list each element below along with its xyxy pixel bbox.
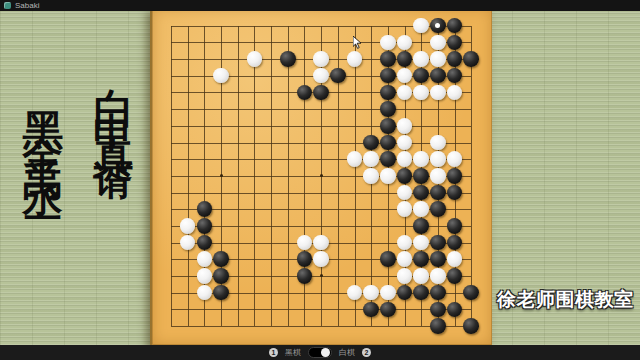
black-stone [313, 85, 329, 101]
black-stone [380, 151, 396, 167]
watermark-text: 徐老师围棋教室 [497, 287, 634, 313]
white-stone [347, 151, 363, 167]
white-stone [397, 118, 413, 134]
white-stone [397, 185, 413, 201]
white-stone [397, 151, 413, 167]
black-player-caption: 黑 金禹丞 [21, 79, 65, 175]
black-player-name: 金禹丞 [23, 103, 63, 175]
black-stone [430, 185, 446, 201]
white-stone [397, 251, 413, 267]
white-stone [447, 251, 463, 267]
white-stone [347, 285, 363, 301]
black-stone [397, 51, 413, 67]
white-stone [213, 68, 229, 84]
white-captures-badge: 2 [362, 348, 371, 357]
black-stone [463, 285, 479, 301]
white-stone [413, 235, 429, 251]
white-stone [347, 51, 363, 67]
mouse-cursor [353, 36, 362, 49]
black-stone [213, 268, 229, 284]
black-stone [213, 251, 229, 267]
white-stone [197, 251, 213, 267]
black-stone [413, 168, 429, 184]
white-stone [397, 268, 413, 284]
white-stone [363, 151, 379, 167]
black-stone [413, 68, 429, 84]
white-stone [397, 35, 413, 51]
white-stone [380, 35, 396, 51]
star-point [320, 174, 323, 177]
go-board[interactable] [150, 8, 492, 347]
black-stone [363, 302, 379, 318]
black-turn-label: 黑棋 [285, 345, 301, 360]
white-stone [313, 68, 329, 84]
white-turn-label: 白棋 [339, 345, 355, 360]
white-stone [397, 85, 413, 101]
black-stone [447, 218, 463, 234]
turn-toggle-knob [321, 348, 330, 357]
black-stone [197, 201, 213, 217]
grid-line-horizontal [171, 326, 471, 327]
black-stone [413, 285, 429, 301]
star-point [320, 274, 323, 277]
black-stone [447, 51, 463, 67]
black-stone [447, 68, 463, 84]
white-stone [447, 151, 463, 167]
white-stone [430, 151, 446, 167]
black-stone [430, 68, 446, 84]
white-stone [430, 51, 446, 67]
black-captures-badge: 1 [269, 348, 278, 357]
black-stone [380, 302, 396, 318]
white-player-caption: 白 申真谞 [92, 56, 136, 152]
white-stone [447, 85, 463, 101]
black-stone [280, 51, 296, 67]
black-stone [430, 18, 446, 34]
white-stone [363, 168, 379, 184]
black-stone [447, 168, 463, 184]
player-toolbar: 1 黑棋 白棋 2 [0, 345, 640, 360]
white-stone [363, 285, 379, 301]
black-stone [447, 185, 463, 201]
black-stone [330, 68, 346, 84]
black-stone [430, 302, 446, 318]
white-stone [397, 201, 413, 217]
white-stone [380, 285, 396, 301]
black-stone [380, 251, 396, 267]
black-stone [447, 18, 463, 34]
black-stone [380, 68, 396, 84]
black-stone [413, 251, 429, 267]
white-stone [313, 235, 329, 251]
white-stone [413, 201, 429, 217]
black-stone [297, 268, 313, 284]
white-stone [313, 51, 329, 67]
white-stone [413, 18, 429, 34]
grid-line-horizontal [171, 309, 471, 310]
star-point [220, 174, 223, 177]
black-stone [363, 135, 379, 151]
black-stone [297, 251, 313, 267]
black-stone [413, 185, 429, 201]
black-stone [413, 218, 429, 234]
white-stone [180, 218, 196, 234]
black-stone [380, 51, 396, 67]
white-stone [297, 235, 313, 251]
last-move-marker [435, 23, 440, 28]
black-stone [447, 35, 463, 51]
white-stone [247, 51, 263, 67]
white-stone [397, 135, 413, 151]
white-stone [413, 85, 429, 101]
app-icon [4, 2, 11, 9]
white-stone [430, 135, 446, 151]
white-stone [413, 151, 429, 167]
white-stone [413, 268, 429, 284]
black-stone [380, 135, 396, 151]
black-stone [430, 201, 446, 217]
white-stone [430, 268, 446, 284]
black-stone [197, 235, 213, 251]
black-stone [380, 85, 396, 101]
black-stone [213, 285, 229, 301]
white-stone [397, 68, 413, 84]
black-stone [380, 118, 396, 134]
black-stone [463, 51, 479, 67]
grid-line-vertical [355, 26, 356, 326]
white-player-name: 申真谞 [94, 80, 134, 152]
white-stone [430, 35, 446, 51]
white-stone [313, 251, 329, 267]
black-stone [430, 285, 446, 301]
black-stone [430, 318, 446, 334]
white-stone [413, 51, 429, 67]
grid-line-vertical [471, 26, 472, 326]
white-stone [430, 168, 446, 184]
white-stone [180, 235, 196, 251]
black-stone [430, 251, 446, 267]
black-stone [463, 318, 479, 334]
turn-toggle[interactable] [308, 347, 332, 358]
black-stone [447, 302, 463, 318]
white-stone [197, 285, 213, 301]
window-title: Sabaki [15, 0, 39, 11]
black-stone [297, 85, 313, 101]
black-stone [197, 218, 213, 234]
black-stone [447, 235, 463, 251]
black-stone [397, 168, 413, 184]
title-bar: Sabaki [0, 0, 640, 11]
white-stone [380, 168, 396, 184]
black-stone [447, 268, 463, 284]
black-stone [430, 235, 446, 251]
black-stone [380, 101, 396, 117]
white-stone [197, 268, 213, 284]
white-stone [397, 235, 413, 251]
white-stone [430, 85, 446, 101]
black-stone [397, 285, 413, 301]
